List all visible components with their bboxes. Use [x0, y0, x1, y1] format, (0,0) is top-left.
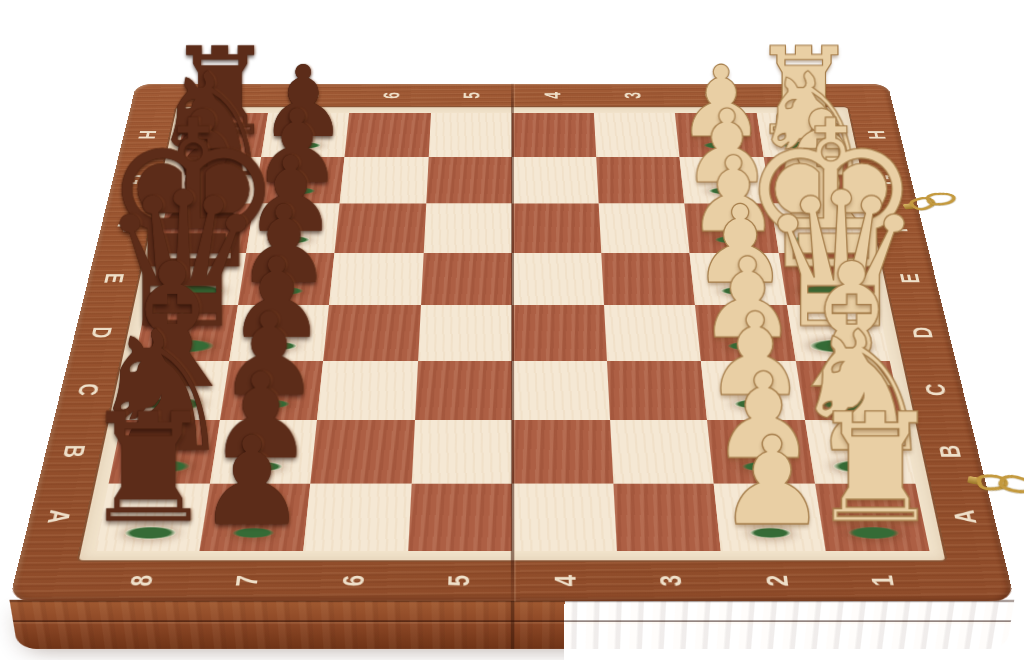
square-b3[interactable]: [610, 420, 714, 483]
square-e6[interactable]: [329, 253, 423, 305]
square-e5[interactable]: [421, 253, 513, 305]
square-b5[interactable]: [411, 420, 512, 483]
rank-label-bottom-6: 6: [329, 565, 378, 597]
square-a3[interactable]: [613, 483, 721, 551]
square-e4[interactable]: [512, 253, 604, 305]
file-label-right-A: A: [939, 502, 991, 532]
square-d4[interactable]: [512, 305, 606, 361]
piece-white-rook-a1[interactable]: ♜: [809, 393, 943, 543]
square-f4[interactable]: [512, 203, 601, 252]
square-h6[interactable]: [344, 113, 430, 157]
square-a5[interactable]: [408, 483, 512, 551]
case-front-side: [10, 600, 1015, 649]
rank-label-bottom-4: 4: [542, 565, 589, 597]
square-h5[interactable]: [428, 113, 512, 157]
square-d5[interactable]: [418, 305, 512, 361]
square-h4[interactable]: [512, 113, 596, 157]
square-a7[interactable]: ♟: [199, 483, 310, 551]
square-f3[interactable]: [598, 203, 689, 252]
square-g3[interactable]: [596, 157, 685, 203]
rank-label-bottom-7: 7: [222, 565, 272, 597]
square-a1[interactable]: ♜: [814, 483, 929, 551]
file-label-left-A: A: [33, 502, 85, 532]
fold-seam: [511, 84, 515, 602]
square-c5[interactable]: [414, 361, 512, 420]
square-c3[interactable]: [606, 361, 707, 420]
square-f5[interactable]: [423, 203, 512, 252]
square-a8[interactable]: ♜: [94, 483, 209, 551]
fold-seam-front: [511, 600, 515, 649]
rank-label-bottom-2: 2: [752, 565, 802, 597]
piece-stand: ♜: [94, 483, 209, 551]
chessboard-scene: ♜♟♟♜♞♟♟♞♝♟♟♝♚♟♟♚♛♟♟♛♝♟♟♝♞♟♟♞♜♟♟♜ HHGGFFE…: [0, 0, 1024, 660]
square-c6[interactable]: [317, 361, 418, 420]
square-b6[interactable]: [310, 420, 414, 483]
rank-label-bottom-5: 5: [435, 565, 482, 597]
photo-background: ♜♟♟♜♞♟♟♞♝♟♟♝♚♟♟♚♛♟♟♛♝♟♟♝♞♟♟♞♜♟♟♜ HHGGFFE…: [0, 0, 1024, 660]
clasp-loop-icon: [924, 192, 958, 205]
rank-label-top-3: 3: [615, 86, 652, 104]
board-case: ♜♟♟♜♞♟♟♞♝♟♟♝♚♟♟♚♛♟♟♛♝♟♟♝♞♟♟♞♜♟♟♜ HHGGFFE…: [9, 84, 1015, 602]
rank-label-bottom-1: 1: [857, 565, 909, 597]
square-a6[interactable]: [303, 483, 411, 551]
rank-label-bottom-3: 3: [647, 565, 696, 597]
square-a4[interactable]: [512, 483, 616, 551]
square-e3[interactable]: [601, 253, 695, 305]
rank-label-top-5: 5: [454, 86, 490, 104]
square-g4[interactable]: [512, 157, 598, 203]
square-g5[interactable]: [426, 157, 512, 203]
rank-label-bottom-8: 8: [115, 565, 167, 597]
rank-label-top-6: 6: [373, 86, 410, 104]
piece-black-rook-a8[interactable]: ♜: [81, 393, 215, 543]
square-c4[interactable]: [512, 361, 610, 420]
piece-stand: ♟: [199, 483, 310, 551]
piece-black-pawn-a7[interactable]: ♟: [197, 420, 307, 543]
piece-stand: ♜: [814, 483, 929, 551]
square-f6[interactable]: [334, 203, 425, 252]
rank-label-top-4: 4: [535, 86, 571, 104]
square-g6[interactable]: [340, 157, 429, 203]
square-d3[interactable]: [604, 305, 701, 361]
square-b4[interactable]: [512, 420, 613, 483]
square-d6[interactable]: [323, 305, 420, 361]
brass-clasp-bottom: [964, 466, 1024, 502]
square-h3[interactable]: [593, 113, 679, 157]
